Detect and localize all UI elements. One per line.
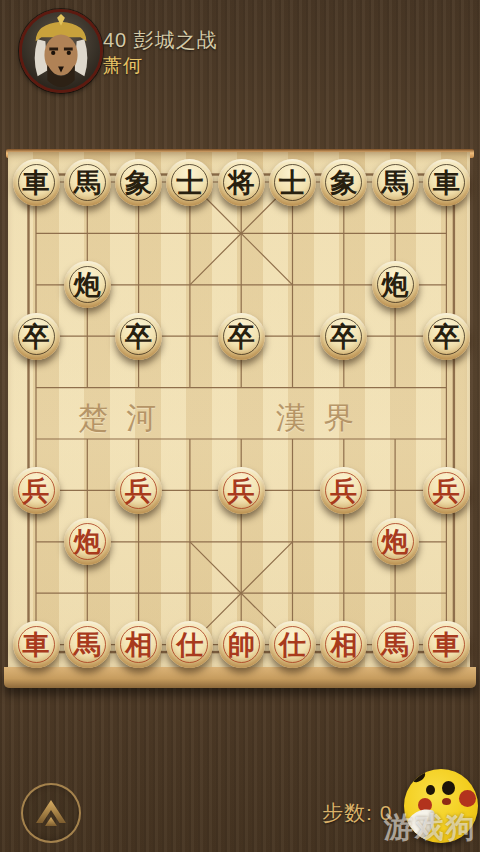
piece-label: 士 (166, 159, 213, 206)
piece-red-soldier[interactable]: 兵 (218, 467, 265, 514)
header: 40 彭城之战 萧何 (0, 0, 480, 100)
piece-label: 車 (423, 621, 470, 668)
piece-red-elephant[interactable]: 相 (320, 621, 367, 668)
piece-label: 卒 (218, 313, 265, 360)
piece-black-soldier[interactable]: 卒 (218, 313, 265, 360)
piece-label: 卒 (423, 313, 470, 360)
piece-red-soldier[interactable]: 兵 (320, 467, 367, 514)
river-label-left: 楚河 (78, 398, 174, 439)
piece-black-soldier[interactable]: 卒 (13, 313, 60, 360)
piece-black-soldier[interactable]: 卒 (423, 313, 470, 360)
piece-label: 相 (320, 621, 367, 668)
piece-black-soldier[interactable]: 卒 (320, 313, 367, 360)
piece-red-soldier[interactable]: 兵 (13, 467, 60, 514)
piece-black-cannon[interactable]: 炮 (372, 261, 419, 308)
piece-label: 馬 (372, 621, 419, 668)
piece-label: 炮 (64, 518, 111, 565)
piece-label: 卒 (115, 313, 162, 360)
piece-red-soldier[interactable]: 兵 (423, 467, 470, 514)
piece-label: 車 (13, 621, 60, 668)
piece-red-cannon[interactable]: 炮 (372, 518, 419, 565)
board-front-edge (4, 667, 476, 688)
steps-counter: 步数: 0 (322, 799, 392, 827)
piece-label: 仕 (166, 621, 213, 668)
piece-label: 帥 (218, 621, 265, 668)
piece-label: 卒 (320, 313, 367, 360)
river-label-right: 漢界 (276, 398, 372, 439)
piece-red-soldier[interactable]: 兵 (115, 467, 162, 514)
piece-black-cannon[interactable]: 炮 (64, 261, 111, 308)
chevron-up-icon (23, 785, 79, 841)
player-avatar[interactable] (19, 9, 103, 93)
piece-black-advisor[interactable]: 士 (269, 159, 316, 206)
piece-black-horse[interactable]: 馬 (372, 159, 419, 206)
general-portrait-icon (22, 12, 100, 90)
piece-black-elephant[interactable]: 象 (115, 159, 162, 206)
piece-red-advisor[interactable]: 仕 (269, 621, 316, 668)
piece-black-soldier[interactable]: 卒 (115, 313, 162, 360)
piece-label: 馬 (64, 159, 111, 206)
piece-black-general[interactable]: 将 (218, 159, 265, 206)
piece-label: 炮 (64, 261, 111, 308)
menu-button[interactable] (21, 783, 81, 843)
piece-label: 車 (423, 159, 470, 206)
piece-red-horse[interactable]: 馬 (64, 621, 111, 668)
piece-label: 士 (269, 159, 316, 206)
piece-label: 象 (115, 159, 162, 206)
piece-label: 兵 (423, 467, 470, 514)
level-title: 40 彭城之战 (103, 27, 218, 54)
piece-black-advisor[interactable]: 士 (166, 159, 213, 206)
piece-red-advisor[interactable]: 仕 (166, 621, 213, 668)
piece-label: 車 (13, 159, 60, 206)
piece-label: 卒 (13, 313, 60, 360)
piece-label: 兵 (115, 467, 162, 514)
piece-red-general[interactable]: 帥 (218, 621, 265, 668)
piece-red-rook[interactable]: 車 (423, 621, 470, 668)
player-name: 萧何 (103, 53, 143, 79)
piece-label: 仕 (269, 621, 316, 668)
piece-label: 兵 (13, 467, 60, 514)
piece-label: 兵 (218, 467, 265, 514)
piece-label: 象 (320, 159, 367, 206)
piece-label: 炮 (372, 518, 419, 565)
piece-label: 炮 (372, 261, 419, 308)
piece-red-cannon[interactable]: 炮 (64, 518, 111, 565)
piece-black-elephant[interactable]: 象 (320, 159, 367, 206)
piece-red-rook[interactable]: 車 (13, 621, 60, 668)
piece-black-horse[interactable]: 馬 (64, 159, 111, 206)
piece-label: 兵 (320, 467, 367, 514)
watermark: 游戏狗 (384, 808, 477, 848)
piece-label: 馬 (372, 159, 419, 206)
piece-red-horse[interactable]: 馬 (372, 621, 419, 668)
piece-black-rook[interactable]: 車 (423, 159, 470, 206)
piece-black-rook[interactable]: 車 (13, 159, 60, 206)
piece-label: 相 (115, 621, 162, 668)
steps-label: 步数: (322, 801, 373, 824)
piece-label: 将 (218, 159, 265, 206)
piece-label: 馬 (64, 621, 111, 668)
piece-red-elephant[interactable]: 相 (115, 621, 162, 668)
